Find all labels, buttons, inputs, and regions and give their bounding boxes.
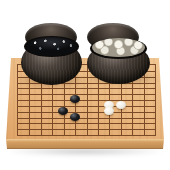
white-stone (116, 101, 126, 109)
board-cast-shadow (8, 148, 162, 156)
grid-cell (52, 129, 63, 135)
black-stone (70, 95, 80, 103)
grid-cell (18, 129, 29, 135)
grid-cell (29, 129, 40, 135)
black-stones-heap (26, 37, 77, 56)
grid-cell (121, 129, 132, 135)
grid-cell (41, 129, 52, 135)
grid-cell (64, 129, 75, 135)
goban-front-edge (6, 139, 164, 149)
white-stones-heap (92, 38, 145, 57)
grid-cell (98, 129, 109, 135)
black-stone (58, 107, 68, 115)
grid-cell (132, 129, 143, 135)
white-stone (104, 107, 114, 115)
grid-cell (87, 129, 98, 135)
black-stone (70, 113, 80, 121)
go-set-photo (0, 0, 170, 170)
grid-cell (144, 129, 155, 135)
grid-cell (75, 129, 86, 135)
grid-cell (109, 129, 120, 135)
